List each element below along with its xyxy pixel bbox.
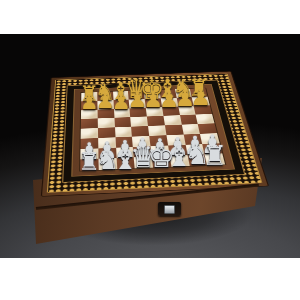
latch-clasp-icon <box>164 205 175 214</box>
chess-piece[interactable]: ♟ <box>191 86 211 109</box>
chess-piece[interactable]: ♜ <box>203 142 227 169</box>
chess-set-photo: ♜♞♝♛♚♝♞♜♟♟♟♟♟♟♟♟♟♟♟♟♟♟♟♟♜♞♝♛♚♝♞♜ <box>0 34 300 258</box>
page: ♜♞♝♛♚♝♞♜♟♟♟♟♟♟♟♟♟♟♟♟♟♟♟♟♜♞♝♛♚♝♞♜ <box>0 0 300 300</box>
box-latch-icon <box>158 202 181 216</box>
